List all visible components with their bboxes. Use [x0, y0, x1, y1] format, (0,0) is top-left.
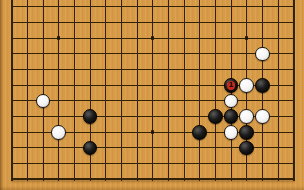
grid-line-horizontal	[11, 163, 295, 164]
grid-line-vertical	[152, 0, 153, 181]
white-stone	[36, 94, 51, 109]
white-stone	[255, 109, 270, 124]
black-stone	[224, 109, 239, 124]
white-stone	[224, 125, 239, 140]
black-stone	[192, 125, 207, 140]
white-stone	[255, 47, 270, 62]
white-stone	[224, 94, 239, 109]
move-number-marker: 1	[227, 81, 236, 90]
grid-line-horizontal	[11, 6, 295, 7]
black-stone	[83, 141, 98, 156]
star-point	[151, 130, 155, 134]
black-stone	[83, 109, 98, 124]
board-bottom-shade	[0, 186, 304, 190]
board-left-edge-shadow	[0, 0, 3, 190]
star-point	[57, 36, 61, 40]
grid-line-vertical	[43, 0, 44, 181]
black-stone: 1	[224, 78, 239, 93]
black-stone	[255, 78, 270, 93]
grid-line-horizontal	[11, 53, 295, 54]
grid-line-vertical	[199, 0, 200, 181]
grid-line-vertical	[137, 0, 138, 181]
board-bottom-edge-line	[11, 178, 295, 180]
star-point	[151, 36, 155, 40]
grid-line-vertical	[121, 0, 122, 181]
grid-line-vertical	[58, 0, 59, 181]
grid-line-horizontal	[11, 69, 295, 70]
grid-line-vertical	[168, 0, 169, 181]
grid-line-vertical	[293, 0, 295, 181]
grid-line-vertical	[27, 0, 28, 181]
black-stone	[239, 125, 254, 140]
black-stone	[239, 141, 254, 156]
black-stone	[208, 109, 223, 124]
grid-line-vertical	[215, 0, 216, 181]
grid-line-horizontal	[11, 22, 295, 23]
grid-line-vertical	[184, 0, 185, 181]
white-stone	[239, 109, 254, 124]
grid-line-vertical	[74, 0, 75, 181]
grid-line-vertical	[278, 0, 279, 181]
go-board[interactable]: 1	[0, 0, 304, 190]
white-stone	[239, 78, 254, 93]
white-stone	[51, 125, 66, 140]
grid-line-vertical	[11, 0, 13, 181]
grid-line-horizontal	[11, 100, 295, 101]
star-point	[245, 36, 249, 40]
grid-line-vertical	[105, 0, 106, 181]
